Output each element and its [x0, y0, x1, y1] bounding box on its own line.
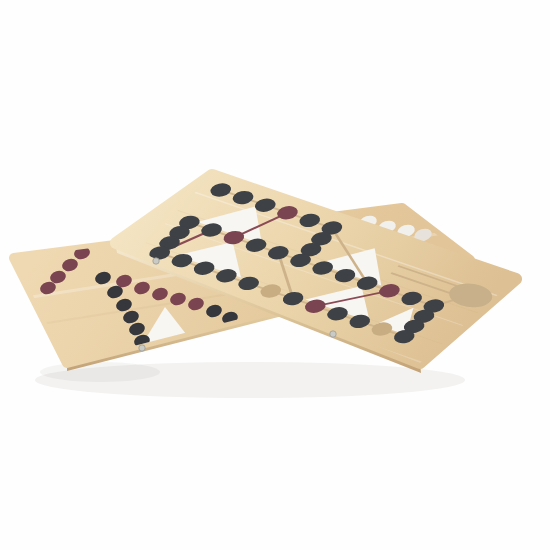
product-photo [0, 0, 550, 550]
hinge-screw-icon [153, 258, 159, 264]
hinge-screw-icon [139, 345, 145, 351]
floor-shadow [40, 362, 160, 382]
scene-svg [0, 0, 550, 550]
hinge-screw-icon [330, 331, 336, 337]
